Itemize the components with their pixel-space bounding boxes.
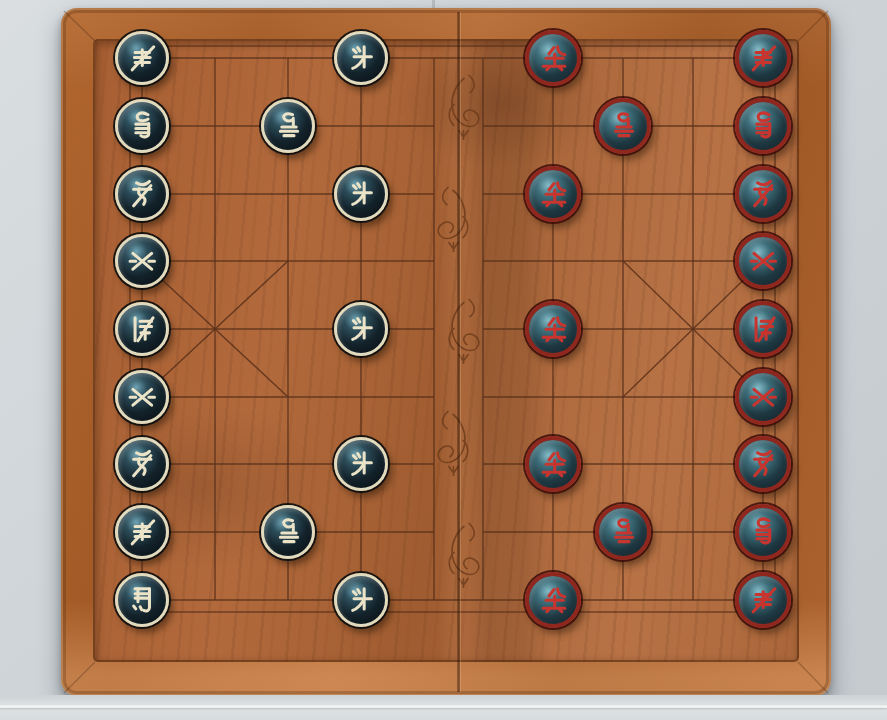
soldier-glyph-icon [344,177,379,212]
soldier-glyph-icon [344,447,379,482]
piece-red-horse[interactable] [735,98,791,154]
piece-red-elephant[interactable] [735,166,791,222]
piece-black-elephant[interactable] [115,437,169,491]
soldier-glyph-icon [344,312,379,347]
soldier-glyph-icon [536,177,571,212]
piece-black-chariot[interactable] [115,31,169,85]
soldier-glyph-icon [344,41,379,76]
horse-glyph-icon [746,109,781,144]
piece-black-soldier[interactable] [334,31,388,85]
elephant-glyph-icon [746,177,781,212]
photo-scene [0,0,887,720]
piece-black-soldier[interactable] [334,302,388,356]
soldier-glyph-icon [344,583,379,618]
piece-red-advisor[interactable] [735,369,791,425]
piece-red-chariot[interactable] [735,572,791,628]
elephant-glyph-icon [125,447,160,482]
piece-black-cannon[interactable] [261,505,315,559]
chariot-glyph-icon [746,583,781,618]
piece-red-soldier[interactable] [525,436,581,492]
advisor-glyph-icon [746,380,781,415]
floor-grout-line [0,705,887,708]
piece-red-cannon[interactable] [595,504,651,560]
soldier-glyph-icon [536,447,571,482]
advisor-glyph-icon [125,380,160,415]
horse-glyph-icon [125,109,160,144]
horse-glyph-icon [125,583,160,618]
piece-black-cannon[interactable] [261,99,315,153]
general-glyph-icon [746,312,781,347]
soldier-glyph-icon [536,312,571,347]
piece-red-elephant[interactable] [735,436,791,492]
cannon-glyph-icon [606,515,641,550]
piece-red-horse[interactable] [735,504,791,560]
piece-red-soldier[interactable] [525,30,581,86]
elephant-glyph-icon [746,447,781,482]
xiangqi-board-frame [61,8,831,696]
piece-red-general[interactable] [735,301,791,357]
general-glyph-icon [125,312,160,347]
advisor-glyph-icon [125,244,160,279]
piece-black-general[interactable] [115,302,169,356]
piece-black-soldier[interactable] [334,167,388,221]
piece-black-chariot[interactable] [115,505,169,559]
chariot-glyph-icon [125,515,160,550]
chariot-glyph-icon [125,41,160,76]
piece-red-soldier[interactable] [525,572,581,628]
piece-red-soldier[interactable] [525,301,581,357]
chariot-glyph-icon [746,41,781,76]
piece-black-horse[interactable] [115,573,169,627]
cannon-glyph-icon [271,515,306,550]
soldier-glyph-icon [536,41,571,76]
cannon-glyph-icon [271,109,306,144]
piece-red-chariot[interactable] [735,30,791,86]
piece-black-elephant[interactable] [115,167,169,221]
piece-red-cannon[interactable] [595,98,651,154]
playing-field [93,39,799,662]
piece-red-soldier[interactable] [525,166,581,222]
soldier-glyph-icon [536,583,571,618]
elephant-glyph-icon [125,177,160,212]
piece-black-soldier[interactable] [334,437,388,491]
piece-black-advisor[interactable] [115,370,169,424]
piece-black-advisor[interactable] [115,234,169,288]
cannon-glyph-icon [606,109,641,144]
piece-black-horse[interactable] [115,99,169,153]
piece-red-advisor[interactable] [735,233,791,289]
advisor-glyph-icon [746,244,781,279]
piece-black-soldier[interactable] [334,573,388,627]
horse-glyph-icon [746,515,781,550]
